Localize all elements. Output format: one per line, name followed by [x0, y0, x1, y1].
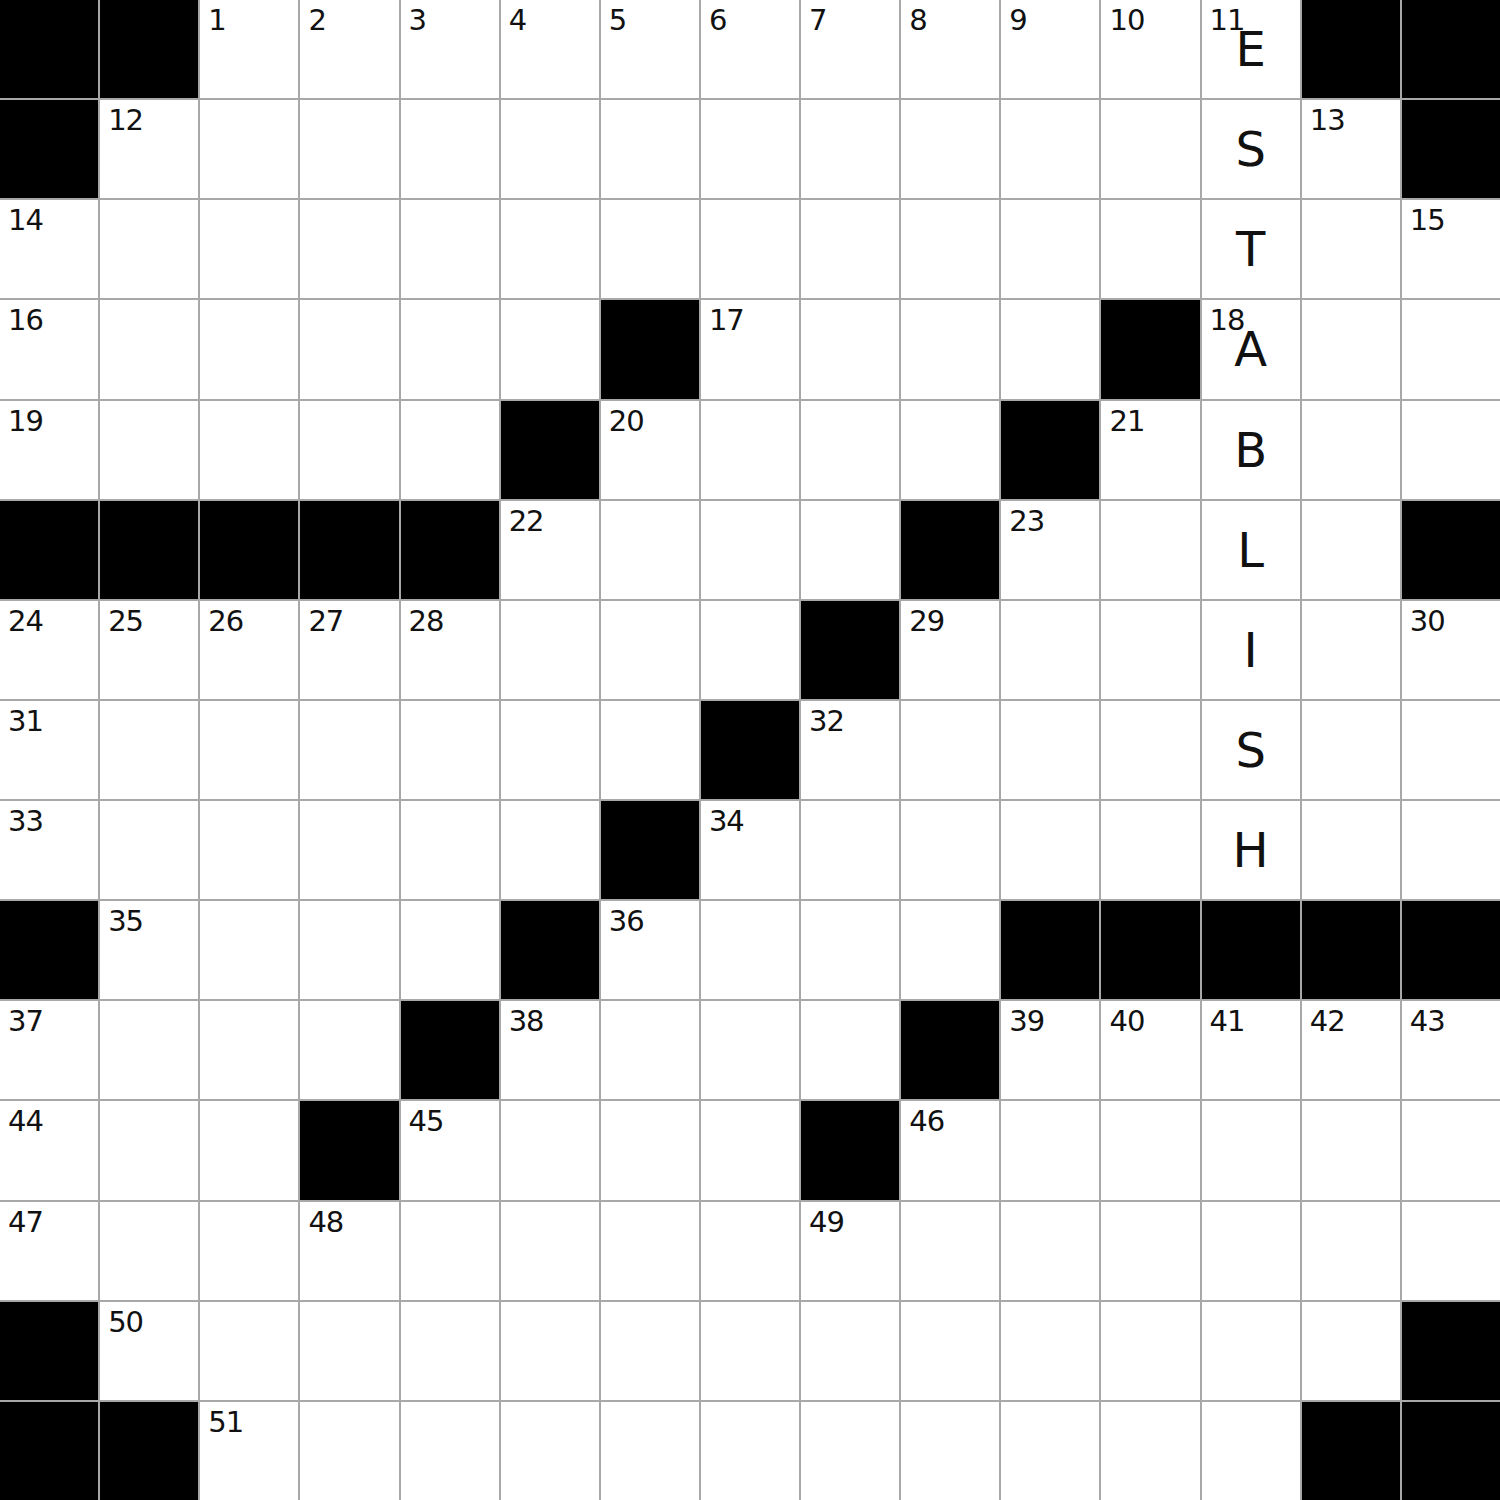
- grid-cell[interactable]: 40: [1101, 1001, 1199, 1099]
- grid-cell[interactable]: [501, 1402, 599, 1500]
- clue-number: 4: [509, 5, 526, 37]
- grid-cell[interactable]: [901, 300, 999, 398]
- clue-number: 19: [8, 406, 43, 438]
- grid-cell[interactable]: [501, 601, 599, 699]
- clue-number: 32: [809, 706, 844, 738]
- grid-cell[interactable]: 13: [1302, 100, 1400, 198]
- grid-cell[interactable]: [100, 1202, 198, 1300]
- grid-cell[interactable]: [1302, 200, 1400, 298]
- grid-cell[interactable]: [300, 1001, 398, 1099]
- grid-cell[interactable]: [1101, 601, 1199, 699]
- clue-number: 35: [108, 906, 143, 938]
- black-cell: [100, 1402, 198, 1500]
- grid-cell[interactable]: [901, 701, 999, 799]
- grid-cell[interactable]: 44: [0, 1101, 98, 1199]
- grid-cell[interactable]: [901, 901, 999, 999]
- grid-cell[interactable]: [300, 1302, 398, 1400]
- clue-number: 9: [1009, 5, 1026, 37]
- grid-cell[interactable]: [1202, 1402, 1300, 1500]
- grid-cell[interactable]: 17: [701, 300, 799, 398]
- grid-cell[interactable]: 15: [1402, 200, 1500, 298]
- black-cell: [1202, 901, 1300, 999]
- grid-cell[interactable]: [200, 701, 298, 799]
- grid-cell[interactable]: 48: [300, 1202, 398, 1300]
- grid-cell[interactable]: 36: [601, 901, 699, 999]
- grid-cell[interactable]: [300, 401, 398, 499]
- grid-cell[interactable]: [300, 1402, 398, 1500]
- black-cell: [1302, 0, 1400, 98]
- clue-number: 7: [809, 5, 826, 37]
- grid-cell[interactable]: [701, 1302, 799, 1400]
- clue-number: 1: [208, 5, 225, 37]
- black-cell: [1302, 901, 1400, 999]
- clue-number: 47: [8, 1207, 43, 1239]
- grid-cell[interactable]: 41: [1202, 1001, 1300, 1099]
- grid-cell[interactable]: [1101, 501, 1199, 599]
- clue-number: 48: [308, 1207, 343, 1239]
- grid-cell[interactable]: 1: [200, 0, 298, 98]
- grid-cell[interactable]: [601, 1302, 699, 1400]
- grid-cell[interactable]: [1001, 100, 1099, 198]
- grid-cell[interactable]: [901, 200, 999, 298]
- cell-letter: A: [1202, 300, 1300, 398]
- grid-cell[interactable]: [300, 300, 398, 398]
- grid-cell[interactable]: H: [1202, 801, 1300, 899]
- grid-cell[interactable]: [200, 1302, 298, 1400]
- grid-cell[interactable]: [501, 701, 599, 799]
- black-cell: [1402, 901, 1500, 999]
- clue-number: 29: [909, 606, 944, 638]
- grid-cell[interactable]: 39: [1001, 1001, 1099, 1099]
- grid-cell[interactable]: [1302, 1101, 1400, 1199]
- grid-cell[interactable]: 9: [1001, 0, 1099, 98]
- grid-cell[interactable]: 8: [901, 0, 999, 98]
- clue-number: 20: [609, 406, 644, 438]
- black-cell: [701, 701, 799, 799]
- grid-cell[interactable]: 33: [0, 801, 98, 899]
- grid-cell[interactable]: [1402, 701, 1500, 799]
- grid-cell[interactable]: [701, 1001, 799, 1099]
- clue-number: 46: [909, 1106, 944, 1138]
- cell-letter: S: [1202, 100, 1300, 198]
- grid-cell[interactable]: [1101, 1302, 1199, 1400]
- grid-cell[interactable]: [501, 300, 599, 398]
- grid-cell[interactable]: B: [1202, 401, 1300, 499]
- grid-cell[interactable]: [1101, 200, 1199, 298]
- grid-cell[interactable]: [601, 701, 699, 799]
- grid-cell[interactable]: [401, 100, 499, 198]
- grid-cell[interactable]: 38: [501, 1001, 599, 1099]
- grid-cell[interactable]: [501, 1101, 599, 1199]
- clue-number: 51: [208, 1407, 243, 1439]
- grid-cell[interactable]: [1001, 1402, 1099, 1500]
- clue-number: 26: [208, 606, 243, 638]
- cell-letter: I: [1202, 601, 1300, 699]
- grid-cell[interactable]: 11E: [1202, 0, 1300, 98]
- grid-cell[interactable]: [300, 801, 398, 899]
- grid-cell[interactable]: [300, 200, 398, 298]
- grid-cell[interactable]: [1101, 801, 1199, 899]
- grid-cell[interactable]: 34: [701, 801, 799, 899]
- black-cell: [1001, 401, 1099, 499]
- grid-cell[interactable]: [501, 200, 599, 298]
- black-cell: [801, 601, 899, 699]
- grid-cell[interactable]: 35: [100, 901, 198, 999]
- grid-cell[interactable]: [100, 401, 198, 499]
- grid-cell[interactable]: [401, 701, 499, 799]
- grid-cell[interactable]: [601, 1001, 699, 1099]
- grid-cell[interactable]: [300, 100, 398, 198]
- grid-cell[interactable]: [901, 401, 999, 499]
- clue-number: 50: [108, 1307, 143, 1339]
- clue-number: 38: [509, 1006, 544, 1038]
- grid-cell[interactable]: [601, 1402, 699, 1500]
- black-cell: [601, 801, 699, 899]
- grid-cell[interactable]: [501, 801, 599, 899]
- clue-number: 22: [509, 506, 544, 538]
- cell-letter: S: [1202, 701, 1300, 799]
- grid-cell[interactable]: [901, 1302, 999, 1400]
- grid-cell[interactable]: [801, 100, 899, 198]
- grid-cell[interactable]: 51: [200, 1402, 298, 1500]
- grid-cell[interactable]: [1302, 601, 1400, 699]
- grid-cell[interactable]: S: [1202, 100, 1300, 198]
- black-cell: [0, 1402, 98, 1500]
- clue-number: 21: [1109, 406, 1144, 438]
- grid-cell[interactable]: [100, 701, 198, 799]
- clue-number: 41: [1210, 1006, 1245, 1038]
- grid-cell[interactable]: 7: [801, 0, 899, 98]
- grid-cell[interactable]: [801, 901, 899, 999]
- grid-cell[interactable]: [1202, 1101, 1300, 1199]
- grid-cell[interactable]: 42: [1302, 1001, 1400, 1099]
- black-cell: [401, 501, 499, 599]
- grid-cell[interactable]: [200, 401, 298, 499]
- grid-cell[interactable]: [200, 901, 298, 999]
- clue-number: 2: [308, 5, 325, 37]
- black-cell: [0, 1302, 98, 1400]
- grid-cell[interactable]: [801, 1402, 899, 1500]
- grid-cell[interactable]: 49: [801, 1202, 899, 1300]
- crossword-app: 1234567891011E12S1314T15161718A192021B22…: [0, 0, 1500, 1500]
- grid-cell[interactable]: [1001, 801, 1099, 899]
- black-cell: [1302, 1402, 1400, 1500]
- grid-cell[interactable]: [701, 601, 799, 699]
- black-cell: [200, 501, 298, 599]
- grid-cell[interactable]: 21: [1101, 401, 1199, 499]
- grid-cell[interactable]: [1402, 1101, 1500, 1199]
- cell-letter: T: [1202, 200, 1300, 298]
- black-cell: [0, 501, 98, 599]
- grid-cell[interactable]: [801, 1001, 899, 1099]
- clue-number: 40: [1109, 1006, 1144, 1038]
- black-cell: [1402, 501, 1500, 599]
- clue-number: 45: [409, 1106, 444, 1138]
- clue-number: 24: [8, 606, 43, 638]
- black-cell: [0, 0, 98, 98]
- grid-cell[interactable]: [701, 501, 799, 599]
- grid-cell[interactable]: 46: [901, 1101, 999, 1199]
- grid-cell[interactable]: 32: [801, 701, 899, 799]
- grid-cell[interactable]: [501, 1202, 599, 1300]
- grid-cell[interactable]: 6: [701, 0, 799, 98]
- grid-cell[interactable]: [601, 1101, 699, 1199]
- clue-number: 14: [8, 205, 43, 237]
- grid-cell[interactable]: [701, 100, 799, 198]
- black-cell: [1402, 100, 1500, 198]
- grid-cell[interactable]: [1202, 1202, 1300, 1300]
- grid-cell[interactable]: [701, 1101, 799, 1199]
- grid-cell[interactable]: [801, 401, 899, 499]
- cell-letter: E: [1202, 0, 1300, 98]
- grid-cell[interactable]: 43: [1402, 1001, 1500, 1099]
- grid-cell[interactable]: [501, 100, 599, 198]
- clue-number: 23: [1009, 506, 1044, 538]
- clue-number: 6: [709, 5, 726, 37]
- grid-cell[interactable]: [801, 200, 899, 298]
- grid-cell[interactable]: 3: [401, 0, 499, 98]
- grid-cell[interactable]: [1302, 501, 1400, 599]
- black-cell: [1101, 300, 1199, 398]
- grid-cell[interactable]: [1101, 1402, 1199, 1500]
- clue-number: 28: [409, 606, 444, 638]
- grid-cell[interactable]: [200, 200, 298, 298]
- clue-number: 36: [609, 906, 644, 938]
- grid-cell[interactable]: 23: [1001, 501, 1099, 599]
- black-cell: [901, 1001, 999, 1099]
- grid-cell[interactable]: [200, 100, 298, 198]
- grid-cell[interactable]: [701, 1402, 799, 1500]
- grid-cell[interactable]: [1101, 1101, 1199, 1199]
- grid-cell[interactable]: [1302, 300, 1400, 398]
- grid-cell[interactable]: 45: [401, 1101, 499, 1199]
- grid-cell[interactable]: 14: [0, 200, 98, 298]
- clue-number: 10: [1109, 5, 1144, 37]
- grid-cell[interactable]: [401, 1402, 499, 1500]
- grid-cell[interactable]: [901, 100, 999, 198]
- grid-cell[interactable]: [1302, 401, 1400, 499]
- grid-cell[interactable]: [1101, 701, 1199, 799]
- clue-number: 49: [809, 1207, 844, 1239]
- cell-letter: L: [1202, 501, 1300, 599]
- grid-cell[interactable]: [1302, 1202, 1400, 1300]
- grid-cell[interactable]: [801, 501, 899, 599]
- black-cell: [1101, 901, 1199, 999]
- clue-number: 30: [1410, 606, 1445, 638]
- grid-cell[interactable]: 20: [601, 401, 699, 499]
- grid-cell[interactable]: [100, 1101, 198, 1199]
- grid-cell[interactable]: 2: [300, 0, 398, 98]
- grid-cell[interactable]: [801, 801, 899, 899]
- grid-cell[interactable]: [401, 401, 499, 499]
- grid-cell[interactable]: [901, 1202, 999, 1300]
- grid-cell[interactable]: [1001, 1302, 1099, 1400]
- black-cell: [801, 1101, 899, 1199]
- grid-cell[interactable]: 29: [901, 601, 999, 699]
- black-cell: [401, 1001, 499, 1099]
- grid-cell[interactable]: 24: [0, 601, 98, 699]
- clue-number: 43: [1410, 1006, 1445, 1038]
- grid-cell[interactable]: L: [1202, 501, 1300, 599]
- clue-number: 44: [8, 1106, 43, 1138]
- clue-number: 31: [8, 706, 43, 738]
- black-cell: [1402, 0, 1500, 98]
- grid-cell[interactable]: [1202, 1302, 1300, 1400]
- grid-cell[interactable]: [601, 200, 699, 298]
- clue-number: 34: [709, 806, 744, 838]
- grid-cell[interactable]: [1101, 1202, 1199, 1300]
- clue-number: 33: [8, 806, 43, 838]
- grid-cell[interactable]: 16: [0, 300, 98, 398]
- grid-cell[interactable]: [1001, 1101, 1099, 1199]
- cell-letter: B: [1202, 401, 1300, 499]
- black-cell: [0, 901, 98, 999]
- grid-cell[interactable]: 31: [0, 701, 98, 799]
- grid-cell[interactable]: [1001, 200, 1099, 298]
- grid-cell[interactable]: [701, 901, 799, 999]
- black-cell: [1001, 901, 1099, 999]
- grid-cell[interactable]: 26: [200, 601, 298, 699]
- grid-cell[interactable]: [1001, 300, 1099, 398]
- grid-cell[interactable]: [601, 100, 699, 198]
- cell-letter: H: [1202, 801, 1300, 899]
- grid-cell[interactable]: 22: [501, 501, 599, 599]
- grid-cell[interactable]: [901, 1402, 999, 1500]
- grid-cell[interactable]: [200, 1202, 298, 1300]
- black-cell: [100, 501, 198, 599]
- clue-number: 8: [909, 5, 926, 37]
- clue-number: 5: [609, 5, 626, 37]
- grid-cell[interactable]: [100, 801, 198, 899]
- grid-cell[interactable]: I: [1202, 601, 1300, 699]
- grid-cell[interactable]: [801, 1302, 899, 1400]
- grid-cell[interactable]: 12: [100, 100, 198, 198]
- grid-cell[interactable]: [901, 801, 999, 899]
- grid-cell[interactable]: [1001, 701, 1099, 799]
- grid-cell[interactable]: 47: [0, 1202, 98, 1300]
- grid-cell[interactable]: [1302, 1302, 1400, 1400]
- grid-cell[interactable]: [701, 401, 799, 499]
- grid-cell[interactable]: 18A: [1202, 300, 1300, 398]
- grid-cell[interactable]: 28: [401, 601, 499, 699]
- grid-cell[interactable]: [701, 200, 799, 298]
- clue-number: 17: [709, 305, 744, 337]
- clue-number: 3: [409, 5, 426, 37]
- grid-cell[interactable]: [1402, 300, 1500, 398]
- grid-cell[interactable]: [100, 200, 198, 298]
- grid-cell[interactable]: [1001, 601, 1099, 699]
- grid-cell[interactable]: [200, 1001, 298, 1099]
- grid-cell[interactable]: [300, 701, 398, 799]
- black-cell: [1402, 1302, 1500, 1400]
- grid-cell[interactable]: 50: [100, 1302, 198, 1400]
- grid-cell[interactable]: [401, 801, 499, 899]
- grid-cell[interactable]: 4: [501, 0, 599, 98]
- grid-cell[interactable]: [501, 1302, 599, 1400]
- clue-number: 12: [108, 105, 143, 137]
- grid-cell[interactable]: 5: [601, 0, 699, 98]
- grid-cell[interactable]: [801, 300, 899, 398]
- grid-cell[interactable]: 10: [1101, 0, 1199, 98]
- grid-cell[interactable]: [401, 901, 499, 999]
- grid-cell[interactable]: [1302, 801, 1400, 899]
- grid-cell[interactable]: [401, 300, 499, 398]
- grid-cell[interactable]: [401, 200, 499, 298]
- crossword-grid: 1234567891011E12S1314T15161718A192021B22…: [0, 0, 1500, 1500]
- black-cell: [100, 0, 198, 98]
- grid-cell[interactable]: [401, 1202, 499, 1300]
- grid-cell[interactable]: [1101, 100, 1199, 198]
- clue-number: 42: [1310, 1006, 1345, 1038]
- grid-cell[interactable]: [1402, 1202, 1500, 1300]
- black-cell: [901, 501, 999, 599]
- grid-cell[interactable]: [100, 300, 198, 398]
- grid-cell[interactable]: [601, 601, 699, 699]
- grid-cell[interactable]: [200, 801, 298, 899]
- grid-cell[interactable]: T: [1202, 200, 1300, 298]
- black-cell: [501, 401, 599, 499]
- grid-cell[interactable]: [300, 901, 398, 999]
- black-cell: [1402, 1402, 1500, 1500]
- grid-cell[interactable]: [1402, 401, 1500, 499]
- clue-number: 39: [1009, 1006, 1044, 1038]
- clue-number: 13: [1310, 105, 1345, 137]
- grid-cell[interactable]: [401, 1302, 499, 1400]
- grid-cell[interactable]: 37: [0, 1001, 98, 1099]
- black-cell: [0, 100, 98, 198]
- grid-cell[interactable]: 19: [0, 401, 98, 499]
- clue-number: 15: [1410, 205, 1445, 237]
- clue-number: 27: [308, 606, 343, 638]
- grid-cell[interactable]: 27: [300, 601, 398, 699]
- grid-cell[interactable]: [1402, 801, 1500, 899]
- grid-cell[interactable]: [701, 1202, 799, 1300]
- clue-number: 25: [108, 606, 143, 638]
- grid-cell[interactable]: [100, 1001, 198, 1099]
- grid-cell[interactable]: 30: [1402, 601, 1500, 699]
- grid-cell[interactable]: [200, 1101, 298, 1199]
- grid-cell[interactable]: [601, 1202, 699, 1300]
- clue-number: 16: [8, 305, 43, 337]
- grid-cell[interactable]: 25: [100, 601, 198, 699]
- grid-cell[interactable]: [200, 300, 298, 398]
- black-cell: [300, 1101, 398, 1199]
- black-cell: [300, 501, 398, 599]
- grid-cell[interactable]: [601, 501, 699, 599]
- clue-number: 37: [8, 1006, 43, 1038]
- grid-cell[interactable]: [1302, 701, 1400, 799]
- black-cell: [501, 901, 599, 999]
- black-cell: [601, 300, 699, 398]
- grid-cell[interactable]: [1001, 1202, 1099, 1300]
- grid-cell[interactable]: S: [1202, 701, 1300, 799]
